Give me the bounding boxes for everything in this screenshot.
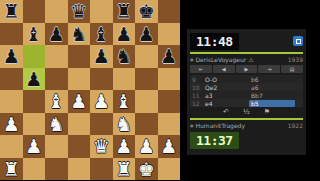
white-move[interactable]: a3 (203, 92, 249, 99)
square-h2[interactable]: ♟ (158, 135, 181, 158)
square-b7[interactable]: ♝ (23, 23, 46, 46)
square-c1[interactable] (45, 158, 68, 181)
square-h4[interactable] (158, 90, 181, 113)
square-f1[interactable]: ♜ (113, 158, 136, 181)
game-actions-row: ↶½⚑ (190, 108, 303, 117)
white-move[interactable]: Qe2 (203, 84, 249, 91)
piece-white-pawn: ♟ (25, 135, 42, 158)
move-row: 10Qe2a6 (190, 83, 303, 91)
prev-move-button[interactable]: ◀ (213, 65, 235, 73)
bottom-player-name: HumanitTragedy (196, 122, 245, 129)
square-e3[interactable] (90, 113, 113, 136)
piece-black-bishop: ♝ (25, 23, 42, 46)
square-e6[interactable]: ♟ (90, 45, 113, 68)
piece-white-rook: ♜ (115, 158, 132, 181)
top-clock-row: 11:48 (190, 31, 303, 51)
square-e7[interactable]: ♝ (90, 23, 113, 46)
square-b1[interactable] (23, 158, 46, 181)
square-d6[interactable] (68, 45, 91, 68)
piece-white-queen: ♛ (93, 135, 110, 158)
piece-black-rook: ♜ (3, 0, 20, 23)
square-g2[interactable]: ♟ (135, 135, 158, 158)
square-g7[interactable]: ♟ (135, 23, 158, 46)
square-a8[interactable]: ♜ (0, 0, 23, 23)
move-number: 9 (190, 76, 203, 83)
black-move[interactable]: b5 (249, 100, 295, 107)
piece-white-pawn: ♟ (138, 135, 155, 158)
square-g6[interactable] (135, 45, 158, 68)
square-b3[interactable] (23, 113, 46, 136)
square-f2[interactable]: ♟ (113, 135, 136, 158)
square-g8[interactable]: ♚ (135, 0, 158, 23)
square-e2[interactable]: ♛ (90, 135, 113, 158)
black-move[interactable]: a6 (249, 84, 295, 91)
square-c8[interactable] (45, 0, 68, 23)
square-e8[interactable] (90, 0, 113, 23)
square-a4[interactable] (0, 90, 23, 113)
analysis-board-icon[interactable] (293, 36, 303, 46)
square-b4[interactable] (23, 90, 46, 113)
online-dot-icon: ● (190, 58, 194, 62)
move-number: 10 (190, 84, 203, 91)
move-list: 9O-Ob610Qe2a611a3Bb712e4b5 (190, 75, 303, 107)
square-c2[interactable] (45, 135, 68, 158)
piece-white-bishop: ♝ (115, 90, 132, 113)
square-f6[interactable]: ♞ (113, 45, 136, 68)
online-dot-icon: ● (190, 124, 194, 128)
square-e1[interactable] (90, 158, 113, 181)
piece-black-queen: ♛ (70, 0, 87, 23)
piece-black-pawn: ♟ (48, 23, 65, 46)
square-f4[interactable]: ♝ (113, 90, 136, 113)
piece-black-pawn: ♟ (93, 45, 110, 68)
draw-offer-icon[interactable]: ½ (243, 109, 250, 116)
square-h1[interactable] (158, 158, 181, 181)
white-move[interactable]: e4 (203, 100, 249, 107)
piece-white-king: ♚ (138, 158, 155, 181)
square-a2[interactable] (0, 135, 23, 158)
piece-black-pawn: ♟ (160, 45, 177, 68)
resign-flag-icon[interactable]: ⚑ (264, 109, 270, 116)
top-player-name: DerisLeVoyageur (196, 56, 247, 63)
takeback-icon[interactable]: ↶ (223, 109, 229, 116)
square-e5[interactable] (90, 68, 113, 91)
bottom-player-rating: 1922 (288, 122, 303, 129)
square-g1[interactable]: ♚ (135, 158, 158, 181)
move-row: 11a3Bb7 (190, 91, 303, 99)
bottom-clock: 11:37 (190, 132, 239, 149)
piece-white-pawn: ♟ (3, 113, 20, 136)
piece-black-knight: ♞ (115, 45, 132, 68)
top-player-row: ● DerisLeVoyageur ⚠ 1939 (190, 55, 303, 64)
piece-white-rook: ♜ (3, 158, 20, 181)
square-h8[interactable] (158, 0, 181, 23)
warning-icon: ⚠ (248, 57, 253, 63)
piece-black-pawn: ♟ (115, 23, 132, 46)
square-e4[interactable]: ♟ (90, 90, 113, 113)
chess-board: ♜♛♜♚♝♟♞♝♟♟♟♟♞♟♟♝♟♟♝♟♞♞♟♛♟♟♟♜♜♚ (0, 0, 180, 180)
app-screen: ♜♛♜♚♝♟♞♝♟♟♟♟♞♟♟♝♟♟♝♟♞♞♟♛♟♟♟♜♜♚ 11:48 ● D… (0, 0, 320, 180)
square-f5[interactable] (113, 68, 136, 91)
square-g3[interactable] (135, 113, 158, 136)
piece-black-pawn: ♟ (138, 23, 155, 46)
square-d4[interactable]: ♟ (68, 90, 91, 113)
square-g5[interactable] (135, 68, 158, 91)
first-move-button[interactable]: ⇤ (190, 65, 212, 73)
piece-black-pawn: ♟ (3, 45, 20, 68)
piece-black-knight: ♞ (70, 23, 87, 46)
piece-white-knight: ♞ (115, 113, 132, 136)
piece-white-pawn: ♟ (160, 135, 177, 158)
piece-white-pawn: ♟ (70, 90, 87, 113)
square-b6[interactable] (23, 45, 46, 68)
square-b2[interactable]: ♟ (23, 135, 46, 158)
square-g4[interactable] (135, 90, 158, 113)
square-c7[interactable]: ♟ (45, 23, 68, 46)
square-c6[interactable] (45, 45, 68, 68)
square-f7[interactable]: ♟ (113, 23, 136, 46)
piece-black-king: ♚ (138, 0, 155, 23)
piece-black-rook: ♜ (115, 0, 132, 23)
last-move-button[interactable]: ⇥ (258, 65, 280, 73)
move-number: 12 (190, 100, 203, 107)
black-move[interactable]: b6 (249, 76, 295, 83)
square-a1[interactable]: ♜ (0, 158, 23, 181)
square-d5[interactable] (68, 68, 91, 91)
piece-white-pawn: ♟ (93, 90, 110, 113)
square-a5[interactable] (0, 68, 23, 91)
square-d3[interactable] (68, 113, 91, 136)
piece-white-bishop: ♝ (48, 90, 65, 113)
square-b5[interactable]: ♟ (23, 68, 46, 91)
move-row: 9O-Ob6 (190, 75, 303, 83)
move-number: 11 (190, 92, 203, 99)
square-c5[interactable] (45, 68, 68, 91)
square-a6[interactable]: ♟ (0, 45, 23, 68)
square-b8[interactable] (23, 0, 46, 23)
bottom-player-row: ● HumanitTragedy 1922 (190, 121, 303, 130)
top-player-rating: 1939 (288, 56, 303, 63)
square-h6[interactable]: ♟ (158, 45, 181, 68)
top-clock: 11:48 (190, 33, 239, 50)
green-divider-top (190, 52, 303, 54)
green-divider-bottom (190, 118, 303, 120)
square-d8[interactable]: ♛ (68, 0, 91, 23)
square-d7[interactable]: ♞ (68, 23, 91, 46)
move-nav-row: ⇤◀▶⇥▤ (190, 65, 303, 73)
next-move-button[interactable]: ▶ (236, 65, 258, 73)
square-d2[interactable] (68, 135, 91, 158)
move-list-button[interactable]: ▤ (281, 65, 303, 73)
square-h7[interactable] (158, 23, 181, 46)
move-row: 12e4b5 (190, 99, 303, 107)
square-d1[interactable] (68, 158, 91, 181)
piece-black-bishop: ♝ (93, 23, 110, 46)
piece-white-pawn: ♟ (115, 135, 132, 158)
bottom-clock-row: 11:37 (190, 130, 303, 150)
square-f3[interactable]: ♞ (113, 113, 136, 136)
piece-black-pawn: ♟ (25, 68, 42, 91)
piece-white-knight: ♞ (48, 113, 65, 136)
white-move[interactable]: O-O (203, 76, 249, 83)
square-c3[interactable]: ♞ (45, 113, 68, 136)
square-a3[interactable]: ♟ (0, 113, 23, 136)
black-move[interactable]: Bb7 (249, 92, 295, 99)
square-a7[interactable] (0, 23, 23, 46)
square-c4[interactable]: ♝ (45, 90, 68, 113)
game-panel: 11:48 ● DerisLeVoyageur ⚠ 1939 ⇤◀▶⇥▤ 9O-… (187, 29, 306, 155)
square-h5[interactable] (158, 68, 181, 91)
square-f8[interactable]: ♜ (113, 0, 136, 23)
square-h3[interactable] (158, 113, 181, 136)
